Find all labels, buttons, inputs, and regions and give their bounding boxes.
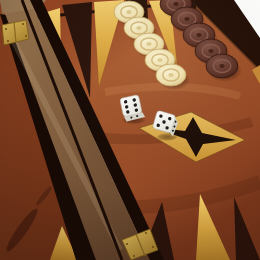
vignette bbox=[0, 0, 260, 260]
backgammon-photo: Angled close-up photo of a handmade wood… bbox=[0, 0, 260, 260]
lighting-overlay bbox=[0, 0, 260, 260]
board-svg bbox=[0, 0, 260, 260]
